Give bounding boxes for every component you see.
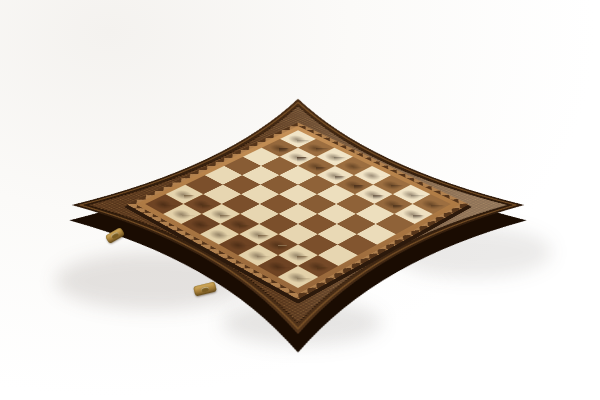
square-f5[interactable] xyxy=(317,204,356,224)
latch-pin-icon xyxy=(111,232,119,239)
piece-glyph: ♜ xyxy=(279,241,316,282)
latch-pin-icon xyxy=(200,286,210,293)
product-photo-scene: ♜♞♝♛♚♝♞♜♟♟♟♟♟♟♟♟♟♟♟♟♟♟♟♟♜♞♝♛♚♝♞♜ xyxy=(0,0,600,400)
